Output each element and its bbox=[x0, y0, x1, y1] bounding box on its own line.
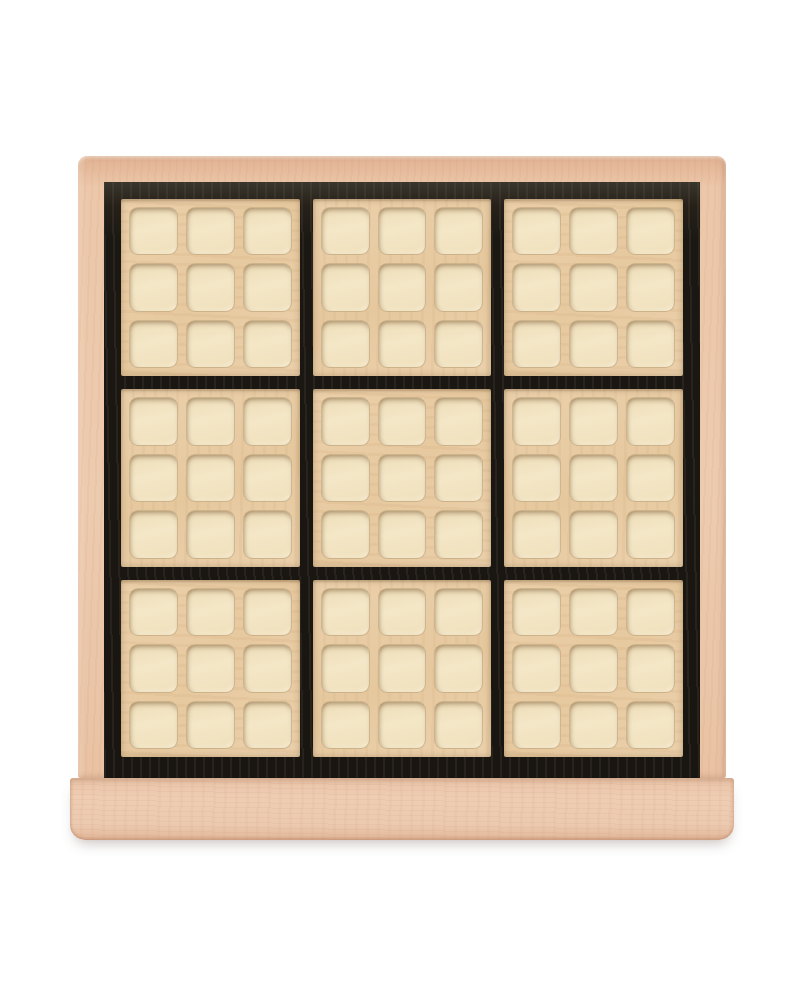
board-cell[interactable] bbox=[186, 701, 235, 749]
board-cell[interactable] bbox=[434, 397, 483, 445]
board-cell[interactable] bbox=[129, 397, 178, 445]
board-block bbox=[504, 580, 683, 757]
board-block bbox=[313, 580, 492, 757]
board-cell[interactable] bbox=[512, 701, 561, 749]
board-block bbox=[121, 199, 300, 376]
board-cell[interactable] bbox=[129, 263, 178, 311]
board-cell[interactable] bbox=[569, 207, 618, 255]
board-cell[interactable] bbox=[186, 454, 235, 502]
board-block bbox=[313, 199, 492, 376]
board-cell[interactable] bbox=[243, 320, 292, 368]
board-cell[interactable] bbox=[569, 454, 618, 502]
board-cell[interactable] bbox=[378, 701, 427, 749]
board-cell[interactable] bbox=[512, 588, 561, 636]
board-cell[interactable] bbox=[186, 588, 235, 636]
board-cell[interactable] bbox=[129, 454, 178, 502]
board-cell[interactable] bbox=[378, 207, 427, 255]
board-cell[interactable] bbox=[569, 397, 618, 445]
board-cell[interactable] bbox=[512, 454, 561, 502]
board-cell[interactable] bbox=[129, 588, 178, 636]
board-cell[interactable] bbox=[243, 263, 292, 311]
board-cell[interactable] bbox=[129, 510, 178, 558]
board-cell[interactable] bbox=[512, 207, 561, 255]
board-block bbox=[121, 389, 300, 566]
board-cell[interactable] bbox=[512, 510, 561, 558]
board-cell[interactable] bbox=[569, 644, 618, 692]
board-cell[interactable] bbox=[129, 320, 178, 368]
board-cell[interactable] bbox=[129, 701, 178, 749]
board-cell[interactable] bbox=[626, 320, 675, 368]
board-cell[interactable] bbox=[626, 263, 675, 311]
board-cell[interactable] bbox=[378, 588, 427, 636]
board-cell[interactable] bbox=[434, 207, 483, 255]
board-cell[interactable] bbox=[129, 207, 178, 255]
board-cell[interactable] bbox=[321, 588, 370, 636]
board-cell[interactable] bbox=[434, 701, 483, 749]
board-cell[interactable] bbox=[434, 263, 483, 311]
board-cell[interactable] bbox=[243, 701, 292, 749]
board-cell[interactable] bbox=[243, 207, 292, 255]
board-cell[interactable] bbox=[321, 207, 370, 255]
board-cell[interactable] bbox=[378, 454, 427, 502]
board-cell[interactable] bbox=[186, 644, 235, 692]
photo-canvas bbox=[0, 0, 809, 1000]
board-cell[interactable] bbox=[243, 510, 292, 558]
board-cell[interactable] bbox=[243, 454, 292, 502]
board-cell[interactable] bbox=[569, 510, 618, 558]
board-cell[interactable] bbox=[378, 644, 427, 692]
board-cell[interactable] bbox=[512, 263, 561, 311]
board-cell[interactable] bbox=[243, 644, 292, 692]
board-cell[interactable] bbox=[569, 588, 618, 636]
board-cell[interactable] bbox=[186, 320, 235, 368]
board-cell[interactable] bbox=[434, 644, 483, 692]
board-block bbox=[121, 580, 300, 757]
board-cell[interactable] bbox=[434, 510, 483, 558]
board-grid bbox=[104, 182, 700, 778]
board-cell[interactable] bbox=[434, 588, 483, 636]
board-cell[interactable] bbox=[626, 588, 675, 636]
board-cell[interactable] bbox=[569, 320, 618, 368]
board-cell[interactable] bbox=[321, 701, 370, 749]
board-cell[interactable] bbox=[243, 397, 292, 445]
board-cell[interactable] bbox=[626, 397, 675, 445]
board-cell[interactable] bbox=[626, 701, 675, 749]
board-cell[interactable] bbox=[378, 397, 427, 445]
board-block bbox=[313, 389, 492, 566]
board-cell[interactable] bbox=[321, 510, 370, 558]
board-cell[interactable] bbox=[186, 263, 235, 311]
board-cell[interactable] bbox=[512, 644, 561, 692]
board-cell[interactable] bbox=[321, 263, 370, 311]
board-cell[interactable] bbox=[626, 510, 675, 558]
board-cell[interactable] bbox=[321, 644, 370, 692]
board-cell[interactable] bbox=[569, 701, 618, 749]
board-cell[interactable] bbox=[626, 207, 675, 255]
board-cell[interactable] bbox=[321, 454, 370, 502]
board-cell[interactable] bbox=[434, 320, 483, 368]
board-block bbox=[504, 199, 683, 376]
board-cell[interactable] bbox=[378, 320, 427, 368]
board-cell[interactable] bbox=[569, 263, 618, 311]
board-cell[interactable] bbox=[626, 454, 675, 502]
board-cell[interactable] bbox=[378, 510, 427, 558]
board-cell[interactable] bbox=[186, 510, 235, 558]
board-cell[interactable] bbox=[186, 207, 235, 255]
board-cell[interactable] bbox=[321, 397, 370, 445]
tile-tray-rail bbox=[70, 778, 734, 840]
board-cell[interactable] bbox=[512, 320, 561, 368]
board-cell[interactable] bbox=[378, 263, 427, 311]
board-cell[interactable] bbox=[243, 588, 292, 636]
board-cell[interactable] bbox=[512, 397, 561, 445]
board-cell[interactable] bbox=[434, 454, 483, 502]
board-cell[interactable] bbox=[129, 644, 178, 692]
sudoku-board bbox=[78, 156, 726, 778]
board-cell[interactable] bbox=[321, 320, 370, 368]
board-cell[interactable] bbox=[186, 397, 235, 445]
board-block bbox=[504, 389, 683, 566]
board-cell[interactable] bbox=[626, 644, 675, 692]
